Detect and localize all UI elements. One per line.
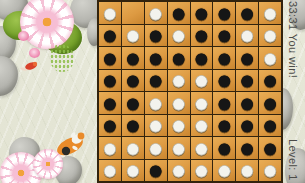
- board-cell-e7[interactable]: ●: [191, 137, 213, 159]
- white-disc: ●: [102, 3, 118, 23]
- black-disc: ●: [170, 48, 186, 68]
- board-cell-h1[interactable]: ●: [259, 2, 281, 24]
- board-cell-f4[interactable]: ●: [213, 70, 235, 92]
- black-disc: ●: [193, 3, 209, 23]
- board-cell-a2[interactable]: ●: [99, 25, 121, 47]
- white-disc: ●: [148, 93, 164, 113]
- board-cell-h8[interactable]: ●: [259, 160, 281, 182]
- board-cell-c2[interactable]: ●: [145, 25, 167, 47]
- white-disc: ●: [262, 48, 278, 68]
- black-disc: ●: [239, 138, 255, 158]
- board-cell-h5[interactable]: ●: [259, 92, 281, 114]
- black-disc: ●: [102, 48, 118, 68]
- white-disc: ●: [170, 25, 186, 45]
- black-disc: ●: [170, 3, 186, 23]
- black-disc: ●: [216, 48, 232, 68]
- board-cell-a6[interactable]: ●: [99, 115, 121, 137]
- black-disc: ●: [102, 115, 118, 135]
- white-disc: ●: [102, 160, 118, 180]
- board-cell-h6[interactable]: ●: [259, 115, 281, 137]
- othello-game-screen: ●●●●●●●●●●●●●●●●●●●●●●●●●●●●●●●●●●●●●●●●…: [0, 0, 305, 183]
- white-disc: ●: [170, 115, 186, 135]
- othello-board: ●●●●●●●●●●●●●●●●●●●●●●●●●●●●●●●●●●●●●●●●…: [97, 0, 283, 183]
- board-cell-a8[interactable]: ●: [99, 160, 121, 182]
- white-disc: ●: [125, 160, 141, 180]
- black-disc: ●: [125, 93, 141, 113]
- black-disc: ●: [216, 70, 232, 90]
- algae-icon: [50, 44, 74, 72]
- white-disc: ●: [216, 160, 232, 180]
- black-disc: ●: [239, 70, 255, 90]
- white-disc: ●: [239, 25, 255, 45]
- board-cell-d8[interactable]: ●: [168, 160, 190, 182]
- white-disc: ●: [125, 25, 141, 45]
- board-cell-b4[interactable]: ●: [122, 70, 144, 92]
- black-disc: ●: [239, 115, 255, 135]
- board-cell-e1[interactable]: ●: [191, 2, 213, 24]
- black-disc: ●: [239, 48, 255, 68]
- white-disc: ●: [239, 160, 255, 180]
- black-disc: ●: [216, 93, 232, 113]
- board-cell-b8[interactable]: ●: [122, 160, 144, 182]
- black-disc: ●: [216, 3, 232, 23]
- stone-icon: [87, 18, 97, 46]
- white-disc: ●: [148, 138, 164, 158]
- white-disc: ●: [170, 138, 186, 158]
- board-cell-d7[interactable]: ●: [168, 137, 190, 159]
- board-cell-d5[interactable]: ●: [168, 92, 190, 114]
- black-disc: ●: [193, 48, 209, 68]
- board-cell-b1[interactable]: [122, 2, 144, 24]
- board-cell-c1[interactable]: ●: [145, 2, 167, 24]
- score-text: 33:31 You win!: [287, 1, 299, 78]
- board-cell-d1[interactable]: ●: [168, 2, 190, 24]
- black-disc: ●: [262, 93, 278, 113]
- stone-icon: [283, 88, 293, 130]
- board-cell-g3[interactable]: ●: [236, 47, 258, 69]
- lotus-bud-icon: [29, 48, 40, 58]
- black-disc: ●: [102, 70, 118, 90]
- board-cell-b6[interactable]: ●: [122, 115, 144, 137]
- board-cell-f2[interactable]: ●: [213, 25, 235, 47]
- board-cell-e5[interactable]: ●: [191, 92, 213, 114]
- board-cell-h3[interactable]: ●: [259, 47, 281, 69]
- black-disc: ●: [102, 93, 118, 113]
- board-cell-c6[interactable]: ●: [145, 115, 167, 137]
- board-cell-h4[interactable]: ●: [259, 70, 281, 92]
- board-cell-b7[interactable]: ●: [122, 137, 144, 159]
- white-disc: ●: [102, 138, 118, 158]
- black-disc: ●: [262, 138, 278, 158]
- board-cell-e3[interactable]: ●: [191, 47, 213, 69]
- stone-icon: [0, 56, 18, 96]
- board-cell-c4[interactable]: ●: [145, 70, 167, 92]
- lotus-flower-icon: [33, 149, 63, 179]
- status-strip: 33:31 You win! Level: 1: [283, 0, 305, 183]
- board-cell-f1[interactable]: ●: [213, 2, 235, 24]
- black-disc: ●: [216, 138, 232, 158]
- board-cell-g7[interactable]: ●: [236, 137, 258, 159]
- board-cell-f5[interactable]: ●: [213, 92, 235, 114]
- white-disc: ●: [148, 115, 164, 135]
- board-cell-d3[interactable]: ●: [168, 47, 190, 69]
- white-disc: ●: [193, 160, 209, 180]
- black-disc: ●: [148, 25, 164, 45]
- black-disc: ●: [125, 70, 141, 90]
- board-cell-a1[interactable]: ●: [99, 2, 121, 24]
- board-cell-a3[interactable]: ●: [99, 47, 121, 69]
- board-cell-f7[interactable]: ●: [213, 137, 235, 159]
- board-cell-b2[interactable]: ●: [122, 25, 144, 47]
- black-disc: ●: [125, 115, 141, 135]
- board-cell-a4[interactable]: ●: [99, 70, 121, 92]
- board-cell-h7[interactable]: ●: [259, 137, 281, 159]
- lotus-bud-icon: [18, 31, 29, 41]
- black-disc: ●: [148, 70, 164, 90]
- black-disc: ●: [148, 48, 164, 68]
- board-cell-f3[interactable]: ●: [213, 47, 235, 69]
- koi-fish-icon: [18, 58, 40, 74]
- board-cell-c8[interactable]: ●: [145, 160, 167, 182]
- board-cell-d4[interactable]: ●: [168, 70, 190, 92]
- board-cell-f8[interactable]: ●: [213, 160, 235, 182]
- white-disc: ●: [170, 160, 186, 180]
- board-cell-g1[interactable]: ●: [236, 2, 258, 24]
- board-cell-a5[interactable]: ●: [99, 92, 121, 114]
- black-disc: ●: [102, 25, 118, 45]
- black-disc: ●: [262, 70, 278, 90]
- board-cell-e6[interactable]: ●: [191, 115, 213, 137]
- white-disc: ●: [193, 93, 209, 113]
- white-disc: ●: [193, 70, 209, 90]
- board-cell-g6[interactable]: ●: [236, 115, 258, 137]
- board-cell-g8[interactable]: ●: [236, 160, 258, 182]
- board-cell-b3[interactable]: ●: [122, 47, 144, 69]
- black-disc: ●: [125, 48, 141, 68]
- black-disc: ●: [216, 115, 232, 135]
- board-cell-e8[interactable]: ●: [191, 160, 213, 182]
- board-cell-d6[interactable]: ●: [168, 115, 190, 137]
- black-disc: ●: [262, 115, 278, 135]
- white-disc: ●: [148, 3, 164, 23]
- black-disc: ●: [239, 93, 255, 113]
- board-cell-e4[interactable]: ●: [191, 70, 213, 92]
- board-cell-h2[interactable]: ●: [259, 25, 281, 47]
- board-cell-e2[interactable]: ●: [191, 25, 213, 47]
- board-cell-g5[interactable]: ●: [236, 92, 258, 114]
- board-cell-b5[interactable]: ●: [122, 92, 144, 114]
- white-disc: ●: [193, 115, 209, 135]
- pond-background-left: [0, 0, 97, 183]
- white-disc: ●: [262, 3, 278, 23]
- board-cell-d2[interactable]: ●: [168, 25, 190, 47]
- board-cell-g2[interactable]: ●: [236, 25, 258, 47]
- black-disc: ●: [193, 25, 209, 45]
- board-cell-g4[interactable]: ●: [236, 70, 258, 92]
- white-disc: ●: [262, 160, 278, 180]
- board-cell-a7[interactable]: ●: [99, 137, 121, 159]
- black-disc: ●: [148, 160, 164, 180]
- board-cell-c7[interactable]: ●: [145, 137, 167, 159]
- white-disc: ●: [193, 138, 209, 158]
- white-disc: ●: [262, 25, 278, 45]
- white-disc: ●: [125, 138, 141, 158]
- black-disc: ●: [239, 3, 255, 23]
- board-cell-f6[interactable]: ●: [213, 115, 235, 137]
- black-disc: ●: [216, 25, 232, 45]
- board-cell-c5[interactable]: ●: [145, 92, 167, 114]
- white-disc: ●: [170, 70, 186, 90]
- white-disc: ●: [170, 93, 186, 113]
- board-cell-c3[interactable]: ●: [145, 47, 167, 69]
- level-text: Level: 1: [287, 139, 299, 181]
